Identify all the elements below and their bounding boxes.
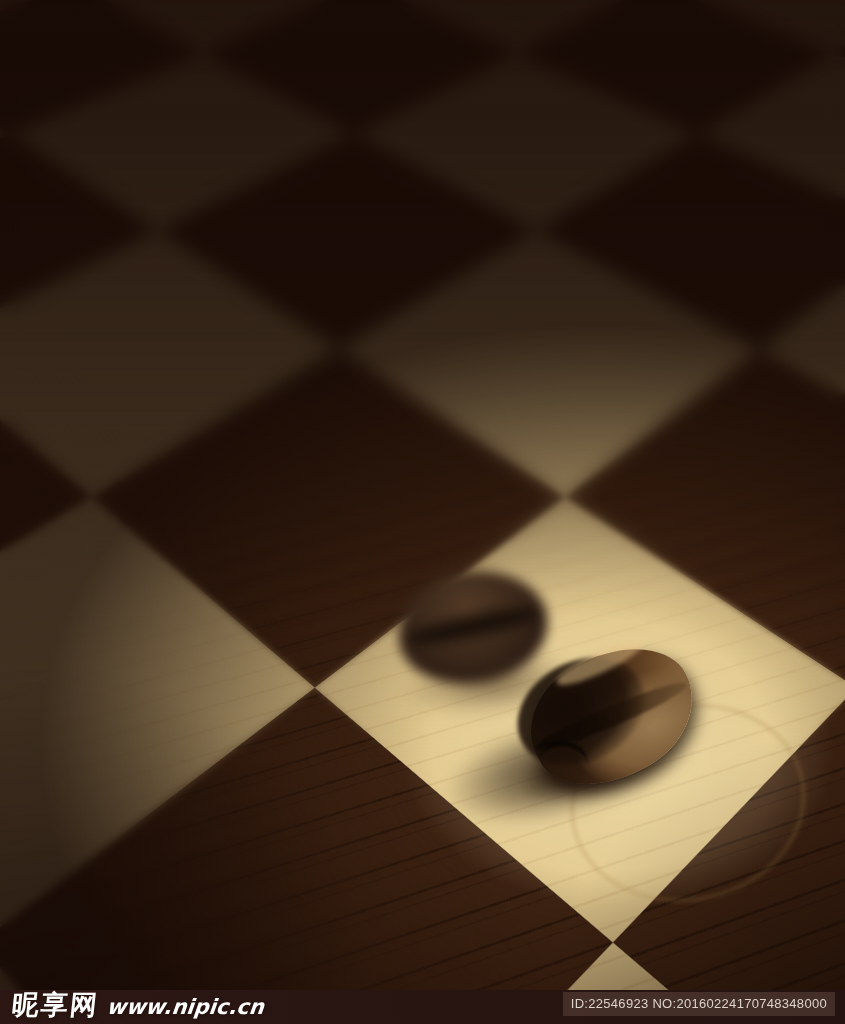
footer-bar: 昵享网 www.nipic.cn ID:22546923 NO:20160224… (0, 990, 845, 1024)
checkerboard-blurred-near (0, 0, 845, 497)
site-watermark: 昵享网 www.nipic.cn (10, 988, 266, 1022)
image-id-badge: ID:22546923 NO:20160224170748348000 (563, 992, 835, 1016)
photo-stage: 昵享网 www.nipic.cn ID:22546923 NO:20160224… (0, 0, 845, 1024)
site-name: 昵享网 (10, 988, 101, 1022)
back-bean-crease (405, 602, 541, 650)
site-url: www.nipic.cn (106, 995, 266, 1019)
